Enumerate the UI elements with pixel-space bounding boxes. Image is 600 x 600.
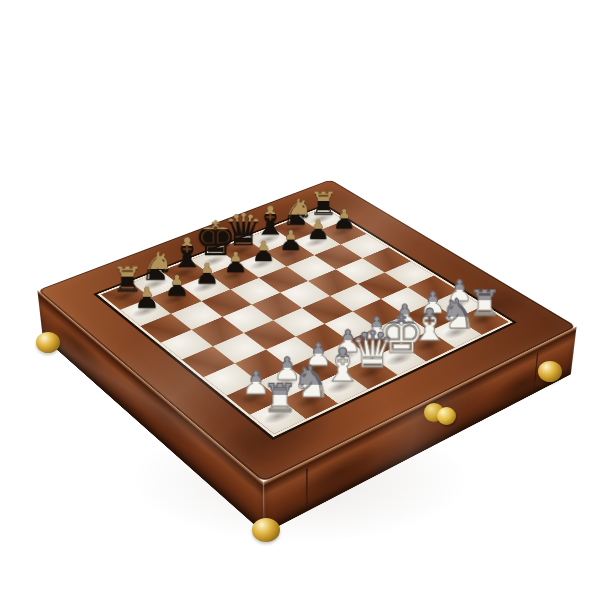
board-surface: ♜♜♞♞♝♝♚♚♛♛♝♝♞♞♜♜♟♟♟♟♟♟♟♟♟♟♟♟♟♟♟♟♟♟♟♟♟♟♟♟… bbox=[37, 179, 576, 482]
piece-white-rook[interactable]: ♜♜ bbox=[249, 379, 311, 418]
square-h5[interactable] bbox=[161, 330, 213, 360]
brass-foot-right bbox=[538, 361, 562, 382]
chess-set-scene: ♜♜♞♞♝♝♚♚♛♛♝♝♞♞♜♜♟♟♟♟♟♟♟♟♟♟♟♟♟♟♟♟♟♟♟♟♟♟♟♟… bbox=[0, 0, 600, 600]
product-photo-stage: ♜♜♞♞♝♝♚♚♛♛♝♝♞♞♜♜♟♟♟♟♟♟♟♟♟♟♟♟♟♟♟♟♟♟♟♟♟♟♟♟… bbox=[0, 0, 600, 600]
brass-foot-near bbox=[252, 518, 280, 542]
brass-foot-left bbox=[36, 332, 60, 353]
square-h1[interactable]: ♜♜ bbox=[250, 400, 306, 434]
drawer-knob[interactable] bbox=[424, 399, 458, 429]
piece-black-pawn[interactable]: ♟♟ bbox=[119, 284, 175, 313]
drawer-knob-ball bbox=[437, 407, 456, 425]
